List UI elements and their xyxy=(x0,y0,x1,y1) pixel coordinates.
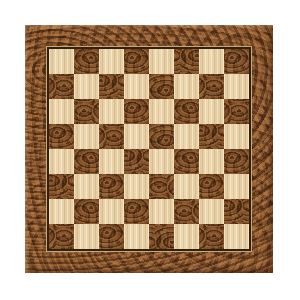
square-f3[interactable] xyxy=(174,174,199,199)
square-c5[interactable] xyxy=(99,124,124,149)
square-c7[interactable] xyxy=(99,74,124,99)
board-grid xyxy=(49,49,249,249)
square-b8[interactable] xyxy=(74,49,99,74)
board-inlay-frame xyxy=(47,47,251,251)
square-g5[interactable] xyxy=(199,124,224,149)
square-f8[interactable] xyxy=(174,49,199,74)
square-f6[interactable] xyxy=(174,99,199,124)
square-h6[interactable] xyxy=(224,99,249,124)
square-g4[interactable] xyxy=(199,149,224,174)
square-b5[interactable] xyxy=(74,124,99,149)
square-a6[interactable] xyxy=(49,99,74,124)
square-f4[interactable] xyxy=(174,149,199,174)
square-b4[interactable] xyxy=(74,149,99,174)
square-d6[interactable] xyxy=(124,99,149,124)
square-c4[interactable] xyxy=(99,149,124,174)
square-d7[interactable] xyxy=(124,74,149,99)
square-f7[interactable] xyxy=(174,74,199,99)
square-a8[interactable] xyxy=(49,49,74,74)
square-h7[interactable] xyxy=(224,74,249,99)
square-a3[interactable] xyxy=(49,174,74,199)
square-d2[interactable] xyxy=(124,199,149,224)
square-a5[interactable] xyxy=(49,124,74,149)
square-f1[interactable] xyxy=(174,224,199,249)
square-c6[interactable] xyxy=(99,99,124,124)
square-h1[interactable] xyxy=(224,224,249,249)
square-d1[interactable] xyxy=(124,224,149,249)
square-a4[interactable] xyxy=(49,149,74,174)
square-h2[interactable] xyxy=(224,199,249,224)
square-h4[interactable] xyxy=(224,149,249,174)
square-c2[interactable] xyxy=(99,199,124,224)
square-b7[interactable] xyxy=(74,74,99,99)
square-a2[interactable] xyxy=(49,199,74,224)
square-f2[interactable] xyxy=(174,199,199,224)
square-d5[interactable] xyxy=(124,124,149,149)
square-e4[interactable] xyxy=(149,149,174,174)
square-e2[interactable] xyxy=(149,199,174,224)
square-a1[interactable] xyxy=(49,224,74,249)
square-g1[interactable] xyxy=(199,224,224,249)
square-g7[interactable] xyxy=(199,74,224,99)
square-h8[interactable] xyxy=(224,49,249,74)
chess-board xyxy=(25,25,273,273)
square-b6[interactable] xyxy=(74,99,99,124)
square-e3[interactable] xyxy=(149,174,174,199)
square-b2[interactable] xyxy=(74,199,99,224)
square-f5[interactable] xyxy=(174,124,199,149)
square-g8[interactable] xyxy=(199,49,224,74)
square-c3[interactable] xyxy=(99,174,124,199)
square-g6[interactable] xyxy=(199,99,224,124)
square-e8[interactable] xyxy=(149,49,174,74)
square-e7[interactable] xyxy=(149,74,174,99)
square-c1[interactable] xyxy=(99,224,124,249)
square-h3[interactable] xyxy=(224,174,249,199)
square-d4[interactable] xyxy=(124,149,149,174)
square-e1[interactable] xyxy=(149,224,174,249)
square-d3[interactable] xyxy=(124,174,149,199)
square-g3[interactable] xyxy=(199,174,224,199)
square-g2[interactable] xyxy=(199,199,224,224)
square-b3[interactable] xyxy=(74,174,99,199)
scene-background xyxy=(0,0,300,300)
square-c8[interactable] xyxy=(99,49,124,74)
square-h5[interactable] xyxy=(224,124,249,149)
square-e5[interactable] xyxy=(149,124,174,149)
square-a7[interactable] xyxy=(49,74,74,99)
square-d8[interactable] xyxy=(124,49,149,74)
square-e6[interactable] xyxy=(149,99,174,124)
square-b1[interactable] xyxy=(74,224,99,249)
